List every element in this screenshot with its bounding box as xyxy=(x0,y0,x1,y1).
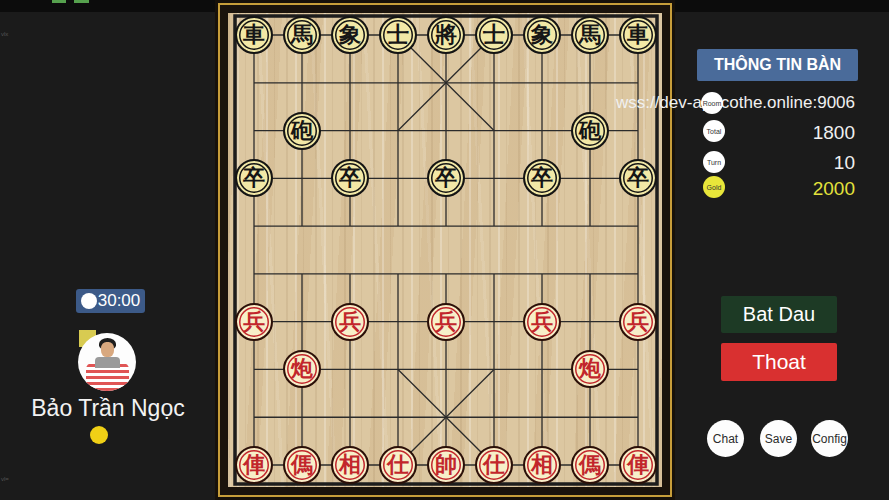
piece-red-soldier[interactable]: 兵 xyxy=(619,303,657,341)
turn-badge: Turn xyxy=(703,151,725,173)
game-screen: vlx vl= 車馬象士將士象馬車砲砲卒卒卒卒卒兵兵兵兵兵炮炮俥傌相仕帥仕相傌俥… xyxy=(0,0,889,500)
gold-badge: Gold xyxy=(703,176,725,198)
piece-black-rook[interactable]: 車 xyxy=(235,16,273,54)
quit-button[interactable]: Thoat xyxy=(721,343,837,381)
server-url: wss://dev-api-cothe.online:9006 xyxy=(616,93,855,113)
piece-red-elephant[interactable]: 相 xyxy=(523,446,561,484)
piece-red-general[interactable]: 帥 xyxy=(427,446,465,484)
piece-red-rook[interactable]: 俥 xyxy=(235,446,273,484)
board-grid xyxy=(215,0,675,500)
gold-value: 2000 xyxy=(813,178,855,200)
piece-red-horse[interactable]: 傌 xyxy=(283,446,321,484)
save-button[interactable]: Save xyxy=(760,420,797,457)
player-timer: 30:00 xyxy=(76,289,145,313)
xiangqi-board[interactable]: 車馬象士將士象馬車砲砲卒卒卒卒卒兵兵兵兵兵炮炮俥傌相仕帥仕相傌俥 xyxy=(215,0,675,500)
clock-icon xyxy=(81,293,97,309)
piece-red-horse[interactable]: 傌 xyxy=(571,446,609,484)
room-badge: Room xyxy=(701,92,723,114)
total-badge: Total xyxy=(703,120,725,142)
piece-black-general[interactable]: 將 xyxy=(427,16,465,54)
chat-button[interactable]: Chat xyxy=(707,420,744,457)
top-green-mark-1 xyxy=(52,0,66,3)
total-value: 1800 xyxy=(813,122,855,144)
player-status-dot xyxy=(90,426,108,444)
avatar-face xyxy=(101,342,114,357)
top-green-mark-2 xyxy=(74,0,89,3)
piece-red-soldier[interactable]: 兵 xyxy=(427,303,465,341)
piece-black-horse[interactable]: 馬 xyxy=(571,16,609,54)
piece-red-rook[interactable]: 俥 xyxy=(619,446,657,484)
piece-black-advisor[interactable]: 士 xyxy=(475,16,513,54)
piece-black-cannon[interactable]: 砲 xyxy=(283,112,321,150)
piece-red-soldier[interactable]: 兵 xyxy=(523,303,561,341)
piece-red-soldier[interactable]: 兵 xyxy=(331,303,369,341)
piece-red-advisor[interactable]: 仕 xyxy=(475,446,513,484)
timer-value: 30:00 xyxy=(98,291,141,311)
piece-black-elephant[interactable]: 象 xyxy=(331,16,369,54)
piece-red-advisor[interactable]: 仕 xyxy=(379,446,417,484)
piece-red-soldier[interactable]: 兵 xyxy=(235,303,273,341)
player-avatar[interactable] xyxy=(78,333,136,391)
piece-black-horse[interactable]: 馬 xyxy=(283,16,321,54)
debug-text-top-left: vlx xyxy=(1,31,8,37)
start-button[interactable]: Bat Dau xyxy=(721,296,837,333)
config-button[interactable]: Config xyxy=(811,420,848,457)
piece-red-elephant[interactable]: 相 xyxy=(331,446,369,484)
turn-value: 10 xyxy=(834,152,855,174)
avatar-collar xyxy=(95,357,120,368)
player-name: Bảo Trần Ngọc xyxy=(8,395,208,422)
piece-black-advisor[interactable]: 士 xyxy=(379,16,417,54)
piece-black-cannon[interactable]: 砲 xyxy=(571,112,609,150)
piece-black-elephant[interactable]: 象 xyxy=(523,16,561,54)
debug-text-bottom-left: vl= xyxy=(1,476,9,482)
piece-black-rook[interactable]: 車 xyxy=(619,16,657,54)
table-info-header[interactable]: THÔNG TIN BÀN xyxy=(697,49,858,81)
